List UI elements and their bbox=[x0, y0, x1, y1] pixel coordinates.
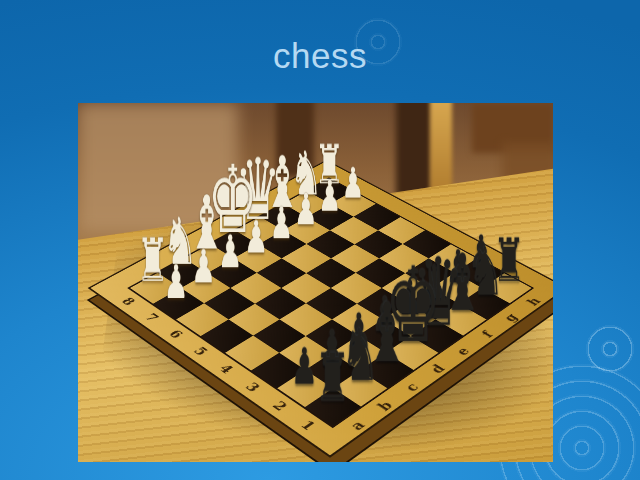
white-pawn[interactable]: ♟ bbox=[163, 258, 188, 305]
white-pawn[interactable]: ♟ bbox=[270, 201, 294, 245]
rank-label-8: 8 bbox=[118, 295, 139, 308]
rank-label-7: 7 bbox=[141, 311, 162, 324]
white-pawn[interactable]: ♟ bbox=[218, 229, 242, 274]
rank-label-6: 6 bbox=[165, 328, 186, 341]
rank-label-1: 1 bbox=[297, 418, 320, 434]
white-pawn[interactable]: ♟ bbox=[342, 162, 365, 204]
slide-title: chess bbox=[0, 36, 640, 76]
file-label-b: b bbox=[374, 399, 397, 414]
rank-label-2: 2 bbox=[269, 399, 291, 414]
file-label-g: g bbox=[500, 311, 521, 324]
file-label-e: e bbox=[452, 345, 473, 358]
file-label-c: c bbox=[401, 380, 422, 394]
rank-label-3: 3 bbox=[241, 380, 263, 395]
slide-background: chess 87654321abcdefgh♜♞♝♛♚♝♞♜♟♟♟♟♟♟♟♟♟♟… bbox=[0, 0, 640, 480]
black-rook[interactable]: ♜ bbox=[315, 344, 351, 411]
rank-label-5: 5 bbox=[190, 344, 212, 358]
file-label-f: f bbox=[478, 328, 497, 339]
board-scene: 87654321abcdefgh♜♞♝♛♚♝♞♜♟♟♟♟♟♟♟♟♟♟♟♟♟♟♟♟… bbox=[78, 103, 553, 462]
chess-photo[interactable]: 87654321abcdefgh♜♞♝♛♚♝♞♜♟♟♟♟♟♟♟♟♟♟♟♟♟♟♟♟… bbox=[78, 103, 553, 462]
file-label-a: a bbox=[346, 418, 368, 433]
rank-label-4: 4 bbox=[215, 362, 237, 376]
file-label-d: d bbox=[427, 362, 449, 376]
white-pawn[interactable]: ♟ bbox=[294, 187, 317, 230]
chess-board[interactable]: 87654321abcdefgh♜♞♝♛♚♝♞♜♟♟♟♟♟♟♟♟♟♟♟♟♟♟♟♟… bbox=[88, 160, 553, 458]
file-label-h: h bbox=[523, 295, 544, 308]
white-pawn[interactable]: ♟ bbox=[318, 174, 341, 217]
white-pawn[interactable]: ♟ bbox=[191, 243, 216, 289]
white-pawn[interactable]: ♟ bbox=[244, 215, 268, 260]
ripple-decoration bbox=[352, 16, 404, 68]
